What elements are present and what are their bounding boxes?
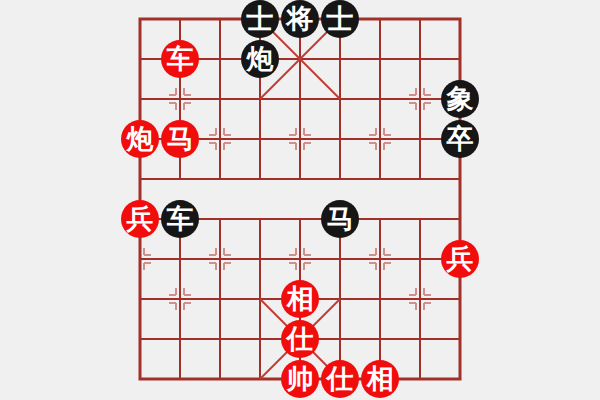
piece-black-advisor[interactable]: 士 (321, 0, 359, 38)
piece-red-advisor[interactable]: 仕 (281, 320, 319, 358)
piece-black-horse[interactable]: 马 (321, 200, 359, 238)
piece-black-cannon[interactable]: 炮 (241, 40, 279, 78)
piece-red-cannon[interactable]: 炮 (121, 120, 159, 158)
piece-black-chariot[interactable]: 车 (161, 200, 199, 238)
piece-layer: 士将士炮象卒车马车炮马兵兵相仕帅仕相 (120, 0, 480, 399)
piece-red-advisor[interactable]: 仕 (321, 360, 359, 398)
piece-red-elephant[interactable]: 相 (281, 280, 319, 318)
piece-red-soldier[interactable]: 兵 (441, 240, 479, 278)
piece-black-soldier[interactable]: 卒 (441, 120, 479, 158)
piece-red-soldier[interactable]: 兵 (121, 200, 159, 238)
piece-black-advisor[interactable]: 士 (241, 0, 279, 38)
piece-red-horse[interactable]: 马 (161, 120, 199, 158)
piece-red-general[interactable]: 帅 (281, 360, 319, 398)
xiangqi-board-screen: 士将士炮象卒车马车炮马兵兵相仕帅仕相 (0, 0, 600, 400)
piece-black-elephant[interactable]: 象 (441, 80, 479, 118)
piece-red-chariot[interactable]: 车 (161, 40, 199, 78)
piece-red-elephant[interactable]: 相 (361, 360, 399, 398)
piece-black-general[interactable]: 将 (281, 0, 319, 38)
